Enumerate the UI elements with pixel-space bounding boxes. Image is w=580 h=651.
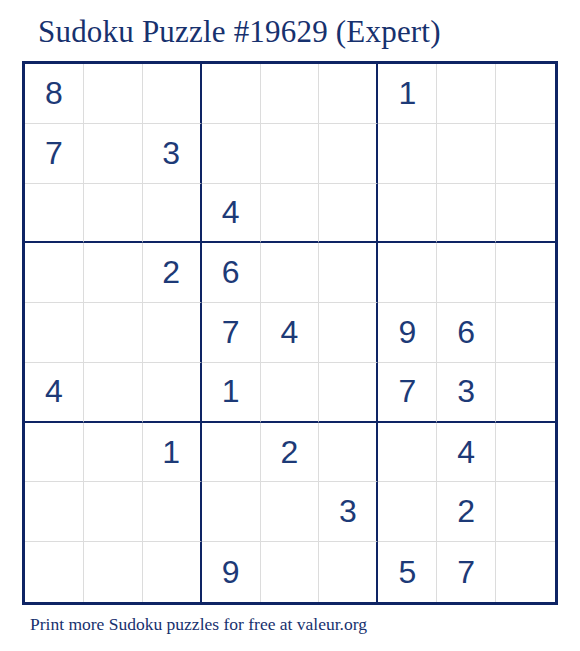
cell-r3c9 bbox=[496, 184, 555, 244]
cell-r2c4 bbox=[202, 124, 261, 184]
cell-r4c6 bbox=[319, 243, 378, 303]
cell-r5c7: 9 bbox=[378, 303, 437, 363]
cell-r8c8: 2 bbox=[437, 482, 496, 542]
footer-text: Print more Sudoku puzzles for free at va… bbox=[30, 614, 367, 635]
cell-r1c5 bbox=[261, 64, 320, 124]
cell-r5c9 bbox=[496, 303, 555, 363]
cell-r5c4: 7 bbox=[202, 303, 261, 363]
cell-r2c5 bbox=[261, 124, 320, 184]
cell-r3c4: 4 bbox=[202, 184, 261, 244]
cell-r1c3 bbox=[143, 64, 202, 124]
cell-r3c1 bbox=[25, 184, 84, 244]
cell-r3c7 bbox=[378, 184, 437, 244]
cell-r9c4: 9 bbox=[202, 542, 261, 602]
cell-r3c6 bbox=[319, 184, 378, 244]
cell-r6c6 bbox=[319, 363, 378, 423]
cell-r7c1 bbox=[25, 423, 84, 483]
cell-r3c8 bbox=[437, 184, 496, 244]
cell-r8c9 bbox=[496, 482, 555, 542]
cell-r1c8 bbox=[437, 64, 496, 124]
cell-r6c1: 4 bbox=[25, 363, 84, 423]
cell-r9c9 bbox=[496, 542, 555, 602]
cell-r1c7: 1 bbox=[378, 64, 437, 124]
cell-r5c2 bbox=[84, 303, 143, 363]
cell-r9c7: 5 bbox=[378, 542, 437, 602]
cell-r8c6: 3 bbox=[319, 482, 378, 542]
cell-r5c3 bbox=[143, 303, 202, 363]
cell-r9c6 bbox=[319, 542, 378, 602]
cell-r1c9 bbox=[496, 64, 555, 124]
cell-r1c2 bbox=[84, 64, 143, 124]
cell-r7c9 bbox=[496, 423, 555, 483]
cell-r1c4 bbox=[202, 64, 261, 124]
cell-r6c4: 1 bbox=[202, 363, 261, 423]
cell-r8c7 bbox=[378, 482, 437, 542]
cell-r4c5 bbox=[261, 243, 320, 303]
cell-r7c6 bbox=[319, 423, 378, 483]
sudoku-page: Sudoku Puzzle #19629 (Expert) 8173426749… bbox=[0, 0, 580, 651]
cell-r7c3: 1 bbox=[143, 423, 202, 483]
cell-r2c9 bbox=[496, 124, 555, 184]
cell-r4c7 bbox=[378, 243, 437, 303]
cell-r7c8: 4 bbox=[437, 423, 496, 483]
cell-r8c3 bbox=[143, 482, 202, 542]
cell-r7c2 bbox=[84, 423, 143, 483]
cell-r8c4 bbox=[202, 482, 261, 542]
cell-r4c4: 6 bbox=[202, 243, 261, 303]
cell-r2c8 bbox=[437, 124, 496, 184]
cell-r4c3: 2 bbox=[143, 243, 202, 303]
cell-r4c2 bbox=[84, 243, 143, 303]
cell-r9c5 bbox=[261, 542, 320, 602]
cell-r2c3: 3 bbox=[143, 124, 202, 184]
cell-r6c2 bbox=[84, 363, 143, 423]
cell-r4c1 bbox=[25, 243, 84, 303]
cell-r8c1 bbox=[25, 482, 84, 542]
cell-r2c7 bbox=[378, 124, 437, 184]
cell-r2c6 bbox=[319, 124, 378, 184]
cell-r5c1 bbox=[25, 303, 84, 363]
cell-r3c5 bbox=[261, 184, 320, 244]
cell-r9c3 bbox=[143, 542, 202, 602]
cell-r6c7: 7 bbox=[378, 363, 437, 423]
cell-r9c8: 7 bbox=[437, 542, 496, 602]
cell-r4c8 bbox=[437, 243, 496, 303]
cell-r7c4 bbox=[202, 423, 261, 483]
cell-r9c2 bbox=[84, 542, 143, 602]
cell-r6c3 bbox=[143, 363, 202, 423]
cell-r1c1: 8 bbox=[25, 64, 84, 124]
cell-r5c6 bbox=[319, 303, 378, 363]
cell-r8c2 bbox=[84, 482, 143, 542]
cell-r4c9 bbox=[496, 243, 555, 303]
cell-r5c5: 4 bbox=[261, 303, 320, 363]
cell-r9c1 bbox=[25, 542, 84, 602]
cell-r7c7 bbox=[378, 423, 437, 483]
cell-r6c9 bbox=[496, 363, 555, 423]
cell-r5c8: 6 bbox=[437, 303, 496, 363]
sudoku-board: 81734267496417312432957 bbox=[22, 61, 558, 605]
cell-r2c2 bbox=[84, 124, 143, 184]
cell-r7c5: 2 bbox=[261, 423, 320, 483]
cell-r1c6 bbox=[319, 64, 378, 124]
cell-r3c2 bbox=[84, 184, 143, 244]
page-title: Sudoku Puzzle #19629 (Expert) bbox=[38, 14, 441, 50]
cell-r3c3 bbox=[143, 184, 202, 244]
cell-r6c8: 3 bbox=[437, 363, 496, 423]
cell-r6c5 bbox=[261, 363, 320, 423]
cell-r8c5 bbox=[261, 482, 320, 542]
cell-r2c1: 7 bbox=[25, 124, 84, 184]
